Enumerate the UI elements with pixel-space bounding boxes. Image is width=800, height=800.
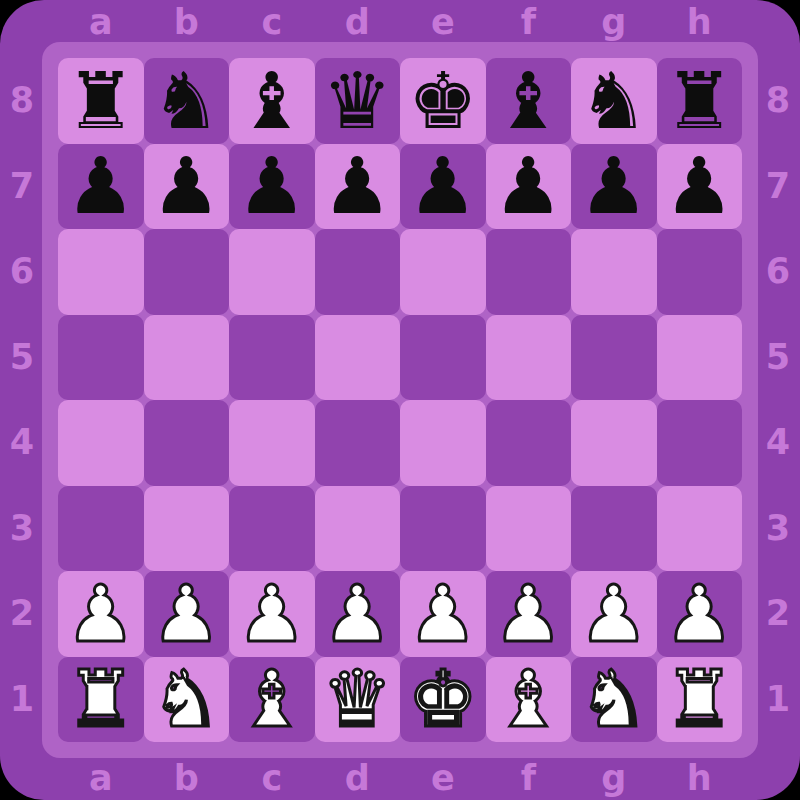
square-a5[interactable] [58, 315, 144, 401]
square-h8[interactable]: ♜ [657, 58, 743, 144]
square-e8[interactable]: ♚ [400, 58, 486, 144]
square-g5[interactable] [571, 315, 657, 401]
square-h7[interactable]: ♟ [657, 144, 743, 230]
square-f7[interactable]: ♟ [486, 144, 572, 230]
rank-label-left-7: 7 [0, 144, 44, 230]
rank-label-left-2: 2 [0, 571, 44, 657]
piece-white-rook-h1[interactable]: ♜ [664, 660, 734, 738]
square-b7[interactable]: ♟ [144, 144, 230, 230]
file-label-top-d: d [315, 0, 401, 44]
square-c8[interactable]: ♝ [229, 58, 315, 144]
piece-black-knight-b8[interactable]: ♞ [151, 62, 221, 140]
piece-white-pawn-b2[interactable]: ♟ [151, 575, 221, 653]
piece-white-pawn-f2[interactable]: ♟ [493, 575, 563, 653]
file-label-bottom-a: a [58, 756, 144, 800]
square-a1[interactable]: ♜ [58, 657, 144, 743]
piece-white-bishop-f1[interactable]: ♝ [493, 660, 563, 738]
square-c3[interactable] [229, 486, 315, 572]
rank-label-left-6: 6 [0, 229, 44, 315]
rank-label-right-7: 7 [756, 144, 800, 230]
square-h5[interactable] [657, 315, 743, 401]
square-b1[interactable]: ♞ [144, 657, 230, 743]
square-h6[interactable] [657, 229, 743, 315]
square-d1[interactable]: ♛ [315, 657, 401, 743]
piece-white-pawn-h2[interactable]: ♟ [664, 575, 734, 653]
rank-label-left-4: 4 [0, 400, 44, 486]
file-label-bottom-e: e [400, 756, 486, 800]
square-a2[interactable]: ♟ [58, 571, 144, 657]
square-f1[interactable]: ♝ [486, 657, 572, 743]
square-f4[interactable] [486, 400, 572, 486]
file-label-top-f: f [486, 0, 572, 44]
square-b3[interactable] [144, 486, 230, 572]
piece-white-rook-a1[interactable]: ♜ [66, 660, 136, 738]
rank-label-left-3: 3 [0, 486, 44, 572]
piece-white-pawn-c2[interactable]: ♟ [237, 575, 307, 653]
file-label-bottom-g: g [571, 756, 657, 800]
piece-black-king-e8[interactable]: ♚ [408, 62, 478, 140]
piece-white-bishop-c1[interactable]: ♝ [237, 660, 307, 738]
square-b4[interactable] [144, 400, 230, 486]
piece-white-knight-b1[interactable]: ♞ [151, 660, 221, 738]
rank-label-right-4: 4 [756, 400, 800, 486]
square-a4[interactable] [58, 400, 144, 486]
piece-white-pawn-e2[interactable]: ♟ [408, 575, 478, 653]
file-label-bottom-b: b [144, 756, 230, 800]
square-e1[interactable]: ♚ [400, 657, 486, 743]
square-c2[interactable]: ♟ [229, 571, 315, 657]
file-label-top-e: e [400, 0, 486, 44]
square-h2[interactable]: ♟ [657, 571, 743, 657]
rank-label-left-8: 8 [0, 58, 44, 144]
file-label-top-a: a [58, 0, 144, 44]
rank-label-right-6: 6 [756, 229, 800, 315]
square-e5[interactable] [400, 315, 486, 401]
square-d6[interactable] [315, 229, 401, 315]
rank-label-right-3: 3 [756, 486, 800, 572]
piece-black-bishop-c8[interactable]: ♝ [237, 62, 307, 140]
file-label-top-g: g [571, 0, 657, 44]
piece-black-pawn-g7[interactable]: ♟ [579, 147, 649, 225]
piece-black-queen-d8[interactable]: ♛ [322, 62, 392, 140]
square-f3[interactable] [486, 486, 572, 572]
square-b6[interactable] [144, 229, 230, 315]
square-d4[interactable] [315, 400, 401, 486]
file-label-bottom-c: c [229, 756, 315, 800]
file-labels-top: abcdefgh [58, 0, 742, 44]
piece-white-pawn-a2[interactable]: ♟ [66, 575, 136, 653]
square-b8[interactable]: ♞ [144, 58, 230, 144]
rank-labels-left: 87654321 [0, 58, 44, 742]
piece-black-bishop-f8[interactable]: ♝ [493, 62, 563, 140]
piece-black-pawn-f7[interactable]: ♟ [493, 147, 563, 225]
square-d8[interactable]: ♛ [315, 58, 401, 144]
square-c4[interactable] [229, 400, 315, 486]
square-e2[interactable]: ♟ [400, 571, 486, 657]
file-label-bottom-f: f [486, 756, 572, 800]
square-c1[interactable]: ♝ [229, 657, 315, 743]
square-c5[interactable] [229, 315, 315, 401]
square-d2[interactable]: ♟ [315, 571, 401, 657]
square-e6[interactable] [400, 229, 486, 315]
stage: abcdefgh abcdefgh 87654321 87654321 ♜♞♝♛… [0, 0, 800, 800]
piece-black-pawn-c7[interactable]: ♟ [237, 147, 307, 225]
piece-black-pawn-e7[interactable]: ♟ [408, 147, 478, 225]
piece-black-pawn-d7[interactable]: ♟ [322, 147, 392, 225]
file-label-bottom-h: h [657, 756, 743, 800]
rank-label-left-5: 5 [0, 315, 44, 401]
file-labels-bottom: abcdefgh [58, 756, 742, 800]
square-h4[interactable] [657, 400, 743, 486]
chess-board: abcdefgh abcdefgh 87654321 87654321 ♜♞♝♛… [0, 0, 800, 800]
square-g4[interactable] [571, 400, 657, 486]
square-g7[interactable]: ♟ [571, 144, 657, 230]
square-f6[interactable] [486, 229, 572, 315]
square-c6[interactable] [229, 229, 315, 315]
piece-black-knight-g8[interactable]: ♞ [579, 62, 649, 140]
piece-white-pawn-g2[interactable]: ♟ [579, 575, 649, 653]
square-d5[interactable] [315, 315, 401, 401]
square-h3[interactable] [657, 486, 743, 572]
square-b5[interactable] [144, 315, 230, 401]
piece-black-rook-h8[interactable]: ♜ [664, 62, 734, 140]
rank-label-right-1: 1 [756, 657, 800, 743]
piece-white-queen-d1[interactable]: ♛ [322, 660, 392, 738]
square-c7[interactable]: ♟ [229, 144, 315, 230]
square-a3[interactable] [58, 486, 144, 572]
square-f5[interactable] [486, 315, 572, 401]
file-label-top-c: c [229, 0, 315, 44]
square-g2[interactable]: ♟ [571, 571, 657, 657]
piece-white-knight-g1[interactable]: ♞ [579, 660, 649, 738]
square-a7[interactable]: ♟ [58, 144, 144, 230]
square-a8[interactable]: ♜ [58, 58, 144, 144]
rank-labels-right: 87654321 [756, 58, 800, 742]
square-a6[interactable] [58, 229, 144, 315]
file-label-top-b: b [144, 0, 230, 44]
rank-label-right-5: 5 [756, 315, 800, 401]
square-e7[interactable]: ♟ [400, 144, 486, 230]
square-e4[interactable] [400, 400, 486, 486]
piece-black-rook-a8[interactable]: ♜ [66, 62, 136, 140]
square-d7[interactable]: ♟ [315, 144, 401, 230]
square-b2[interactable]: ♟ [144, 571, 230, 657]
square-e3[interactable] [400, 486, 486, 572]
square-g3[interactable] [571, 486, 657, 572]
squares-grid: ♜♞♝♛♚♝♞♜♟♟♟♟♟♟♟♟♟♟♟♟♟♟♟♟♜♞♝♛♚♝♞♜ [58, 58, 742, 742]
square-f2[interactable]: ♟ [486, 571, 572, 657]
piece-white-pawn-d2[interactable]: ♟ [322, 575, 392, 653]
square-g6[interactable] [571, 229, 657, 315]
rank-label-right-8: 8 [756, 58, 800, 144]
piece-black-pawn-a7[interactable]: ♟ [66, 147, 136, 225]
piece-black-pawn-b7[interactable]: ♟ [151, 147, 221, 225]
square-h1[interactable]: ♜ [657, 657, 743, 743]
file-label-top-h: h [657, 0, 743, 44]
rank-label-left-1: 1 [0, 657, 44, 743]
piece-white-king-e1[interactable]: ♚ [408, 660, 478, 738]
square-f8[interactable]: ♝ [486, 58, 572, 144]
square-g1[interactable]: ♞ [571, 657, 657, 743]
file-label-bottom-d: d [315, 756, 401, 800]
piece-black-pawn-h7[interactable]: ♟ [664, 147, 734, 225]
square-g8[interactable]: ♞ [571, 58, 657, 144]
square-d3[interactable] [315, 486, 401, 572]
rank-label-right-2: 2 [756, 571, 800, 657]
